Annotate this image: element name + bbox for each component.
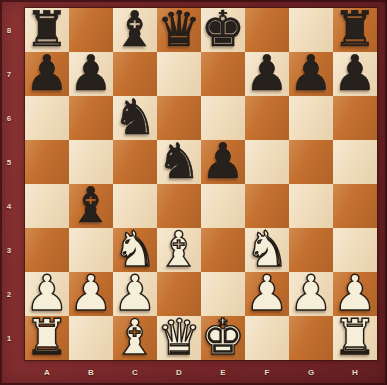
square-e3[interactable]: [201, 228, 245, 272]
piece-black-queen[interactable]: ♛: [157, 8, 201, 52]
chess-board-frame: 87654321 ABCDEFGH ♜♝♛♚♜♟♟♟♟♟♞♞♟♝♞♝♞♟♟♟♟♟…: [0, 0, 387, 385]
square-g4[interactable]: [289, 184, 333, 228]
file-label-b: B: [69, 360, 113, 385]
square-f6[interactable]: [245, 96, 289, 140]
square-d7[interactable]: [157, 52, 201, 96]
piece-white-pawn[interactable]: ♟: [289, 272, 333, 316]
piece-white-pawn[interactable]: ♟: [245, 272, 289, 316]
piece-black-pawn[interactable]: ♟: [201, 140, 245, 184]
square-f1[interactable]: [245, 316, 289, 360]
square-b1[interactable]: [69, 316, 113, 360]
piece-black-pawn[interactable]: ♟: [333, 52, 377, 96]
piece-black-knight[interactable]: ♞: [113, 96, 157, 140]
square-d8[interactable]: ♛: [157, 8, 201, 52]
square-h7[interactable]: ♟: [333, 52, 377, 96]
piece-black-knight[interactable]: ♞: [157, 140, 201, 184]
square-f2[interactable]: ♟: [245, 272, 289, 316]
square-a6[interactable]: [25, 96, 69, 140]
piece-black-pawn[interactable]: ♟: [25, 52, 69, 96]
piece-white-rook[interactable]: ♜: [333, 316, 377, 360]
piece-white-queen[interactable]: ♛: [157, 316, 201, 360]
rank-label-7: 7: [0, 52, 25, 96]
square-b2[interactable]: ♟: [69, 272, 113, 316]
chess-board: ♜♝♛♚♜♟♟♟♟♟♞♞♟♝♞♝♞♟♟♟♟♟♟♜♝♛♚♜: [25, 8, 377, 360]
square-e4[interactable]: [201, 184, 245, 228]
square-b6[interactable]: [69, 96, 113, 140]
piece-white-bishop[interactable]: ♝: [157, 228, 201, 272]
piece-black-king[interactable]: ♚: [201, 8, 245, 52]
square-a1[interactable]: ♜: [25, 316, 69, 360]
rank-label-1: 1: [0, 316, 25, 360]
square-c1[interactable]: ♝: [113, 316, 157, 360]
file-label-g: G: [289, 360, 333, 385]
piece-white-bishop[interactable]: ♝: [113, 316, 157, 360]
square-c6[interactable]: ♞: [113, 96, 157, 140]
piece-white-pawn[interactable]: ♟: [69, 272, 113, 316]
square-a4[interactable]: [25, 184, 69, 228]
square-e5[interactable]: ♟: [201, 140, 245, 184]
square-f5[interactable]: [245, 140, 289, 184]
square-b4[interactable]: ♝: [69, 184, 113, 228]
rank-label-8: 8: [0, 8, 25, 52]
square-d3[interactable]: ♝: [157, 228, 201, 272]
piece-black-pawn[interactable]: ♟: [69, 52, 113, 96]
square-g7[interactable]: ♟: [289, 52, 333, 96]
square-e1[interactable]: ♚: [201, 316, 245, 360]
square-e8[interactable]: ♚: [201, 8, 245, 52]
square-f7[interactable]: ♟: [245, 52, 289, 96]
square-h1[interactable]: ♜: [333, 316, 377, 360]
square-g6[interactable]: [289, 96, 333, 140]
square-h4[interactable]: [333, 184, 377, 228]
square-e7[interactable]: [201, 52, 245, 96]
square-g1[interactable]: [289, 316, 333, 360]
rank-labels: 87654321: [0, 8, 25, 360]
square-h6[interactable]: [333, 96, 377, 140]
piece-black-pawn[interactable]: ♟: [245, 52, 289, 96]
piece-black-pawn[interactable]: ♟: [289, 52, 333, 96]
square-c5[interactable]: [113, 140, 157, 184]
square-a5[interactable]: [25, 140, 69, 184]
square-g5[interactable]: [289, 140, 333, 184]
rank-label-3: 3: [0, 228, 25, 272]
piece-black-bishop[interactable]: ♝: [69, 184, 113, 228]
square-d1[interactable]: ♛: [157, 316, 201, 360]
piece-white-king[interactable]: ♚: [201, 316, 245, 360]
rank-label-4: 4: [0, 184, 25, 228]
square-h5[interactable]: [333, 140, 377, 184]
square-d5[interactable]: ♞: [157, 140, 201, 184]
square-g2[interactable]: ♟: [289, 272, 333, 316]
square-a7[interactable]: ♟: [25, 52, 69, 96]
rank-label-5: 5: [0, 140, 25, 184]
piece-white-rook[interactable]: ♜: [25, 316, 69, 360]
piece-black-bishop[interactable]: ♝: [113, 8, 157, 52]
rank-label-2: 2: [0, 272, 25, 316]
square-c8[interactable]: ♝: [113, 8, 157, 52]
file-label-f: F: [245, 360, 289, 385]
rank-label-6: 6: [0, 96, 25, 140]
square-b7[interactable]: ♟: [69, 52, 113, 96]
